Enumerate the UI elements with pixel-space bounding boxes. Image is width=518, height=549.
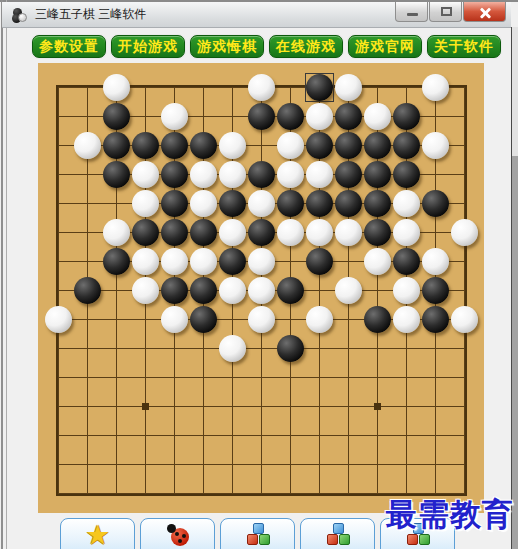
black-stone <box>393 103 420 130</box>
white-stone <box>451 306 478 333</box>
start-game-button[interactable]: 开始游戏 <box>111 35 185 58</box>
white-stone <box>277 219 304 246</box>
white-stone <box>277 161 304 188</box>
black-stone <box>103 132 130 159</box>
watermark: 最需教育 <box>386 494 514 536</box>
white-stone <box>219 277 246 304</box>
black-stone <box>335 161 362 188</box>
black-stone <box>190 306 217 333</box>
white-stone <box>190 190 217 217</box>
black-stone <box>364 132 391 159</box>
white-stone <box>335 74 362 101</box>
white-stone <box>190 248 217 275</box>
official-site-button[interactable]: 游戏官网 <box>348 35 422 58</box>
white-stone <box>248 248 275 275</box>
white-stone <box>393 219 420 246</box>
window-title: 三峰五子棋 三峰软件 <box>35 6 146 23</box>
white-stone <box>451 219 478 246</box>
black-stone <box>190 132 217 159</box>
black-stone <box>161 190 188 217</box>
white-stone <box>190 161 217 188</box>
black-stone <box>103 161 130 188</box>
white-stone <box>422 74 449 101</box>
white-stone <box>103 74 130 101</box>
black-stone <box>306 190 333 217</box>
black-stone <box>132 132 159 159</box>
title-bar: 三峰五子棋 三峰软件 <box>2 2 511 28</box>
white-stone <box>219 132 246 159</box>
black-stone <box>219 248 246 275</box>
black-stone <box>219 190 246 217</box>
black-stone <box>248 219 275 246</box>
toolbar-button-1[interactable]: ★ <box>60 518 135 549</box>
white-stone <box>393 306 420 333</box>
blocks-icon <box>325 522 351 548</box>
star-point <box>142 403 149 410</box>
white-stone <box>422 248 449 275</box>
black-stone <box>277 277 304 304</box>
white-stone <box>306 219 333 246</box>
white-stone <box>277 132 304 159</box>
black-stone <box>364 190 391 217</box>
white-stone <box>161 103 188 130</box>
black-stone <box>190 277 217 304</box>
white-stone <box>132 248 159 275</box>
ladybug-icon <box>165 522 191 548</box>
white-stone <box>219 161 246 188</box>
black-stone <box>277 335 304 362</box>
black-stone <box>364 306 391 333</box>
black-stone <box>364 161 391 188</box>
black-stone <box>190 219 217 246</box>
white-stone <box>219 335 246 362</box>
white-stone <box>306 306 333 333</box>
black-stone <box>132 219 159 246</box>
white-stone <box>161 248 188 275</box>
white-stone <box>306 161 333 188</box>
star-point <box>374 403 381 410</box>
white-stone <box>335 277 362 304</box>
window-border-left <box>1 0 3 549</box>
black-stone <box>277 190 304 217</box>
white-stone <box>248 306 275 333</box>
black-stone <box>335 190 362 217</box>
app-window: 三峰五子棋 三峰软件 参数设置 开始游戏 游戏悔棋 在线游戏 游戏官网 关于软件… <box>0 0 518 549</box>
close-button[interactable] <box>463 2 506 22</box>
window-controls <box>394 2 506 22</box>
white-stone <box>132 277 159 304</box>
white-stone <box>132 190 159 217</box>
black-stone <box>248 103 275 130</box>
board[interactable] <box>38 63 484 513</box>
white-stone <box>248 190 275 217</box>
black-stone <box>335 103 362 130</box>
black-stone <box>335 132 362 159</box>
black-stone <box>161 161 188 188</box>
go-stones-icon <box>11 7 27 23</box>
window-border-left-inner <box>6 0 7 549</box>
white-stone <box>103 219 130 246</box>
white-stone <box>393 190 420 217</box>
undo-move-button[interactable]: 游戏悔棋 <box>190 35 264 58</box>
white-stone <box>422 132 449 159</box>
black-stone <box>422 306 449 333</box>
black-stone <box>161 277 188 304</box>
minimize-icon <box>407 13 418 16</box>
black-stone <box>364 219 391 246</box>
white-stone <box>335 219 362 246</box>
maximize-icon <box>441 7 452 16</box>
toolbar-button-2[interactable] <box>140 518 215 549</box>
black-stone <box>422 190 449 217</box>
black-stone <box>248 161 275 188</box>
black-stone <box>161 132 188 159</box>
white-stone <box>248 277 275 304</box>
toolbar-button-4[interactable] <box>300 518 375 549</box>
white-stone <box>364 103 391 130</box>
menu-bar: 参数设置 开始游戏 游戏悔棋 在线游戏 游戏官网 关于软件 <box>32 35 501 58</box>
white-stone <box>74 132 101 159</box>
star-icon: ★ <box>85 522 109 548</box>
black-stone <box>277 103 304 130</box>
toolbar-button-3[interactable] <box>220 518 295 549</box>
settings-button[interactable]: 参数设置 <box>32 35 106 58</box>
white-stone <box>45 306 72 333</box>
maximize-button[interactable] <box>429 2 462 22</box>
scrollbar[interactable] <box>511 27 518 549</box>
white-stone <box>219 219 246 246</box>
minimize-button[interactable] <box>395 2 428 22</box>
black-stone <box>103 103 130 130</box>
blocks-icon <box>245 522 271 548</box>
black-stone <box>306 74 333 101</box>
black-stone <box>103 248 130 275</box>
white-stone <box>364 248 391 275</box>
black-stone <box>161 219 188 246</box>
black-stone <box>306 248 333 275</box>
black-stone <box>74 277 101 304</box>
black-stone <box>393 161 420 188</box>
white-stone <box>161 306 188 333</box>
online-game-button[interactable]: 在线游戏 <box>269 35 343 58</box>
about-button[interactable]: 关于软件 <box>427 35 501 58</box>
black-stone <box>393 248 420 275</box>
scrollbar-thumb[interactable] <box>512 156 518 549</box>
white-stone <box>248 74 275 101</box>
black-stone <box>422 277 449 304</box>
white-stone <box>393 277 420 304</box>
white-stone <box>132 161 159 188</box>
white-stone <box>306 103 333 130</box>
black-stone <box>393 132 420 159</box>
black-stone <box>306 132 333 159</box>
